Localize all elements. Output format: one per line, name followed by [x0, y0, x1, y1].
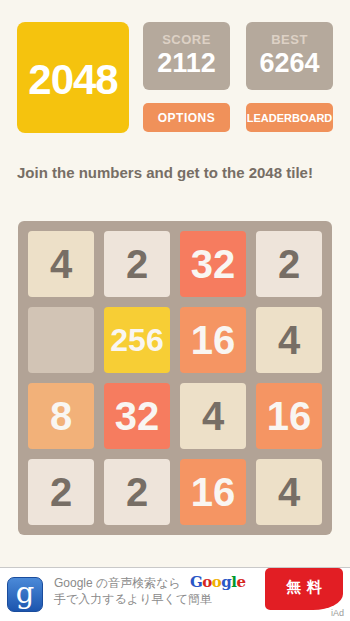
tile-2: 2: [28, 459, 94, 525]
tile-16: 16: [180, 307, 246, 373]
tile-2: 2: [104, 459, 170, 525]
google-search-app-icon[interactable]: g: [7, 577, 43, 612]
tile-4: 4: [180, 383, 246, 449]
ad-line2: 手で入力するより早くて簡単: [54, 591, 262, 607]
leaderboard-button[interactable]: LEADERBOARD: [246, 103, 333, 132]
tile-32: 32: [104, 383, 170, 449]
score-value: 2112: [143, 48, 230, 79]
ad-text: Google の音声検索ならGoogle 手で入力するより早くて簡単: [54, 574, 262, 607]
tagline-text: Join the numbers and get to the 2048 til…: [17, 164, 339, 181]
best-value: 6264: [246, 48, 333, 79]
tile-4: 4: [256, 459, 322, 525]
ad-banner[interactable]: g Google の音声検索ならGoogle 手で入力するより早くて簡単 無料 …: [0, 567, 350, 621]
empty-cell: [28, 307, 94, 373]
tile-4: 4: [28, 231, 94, 297]
score-label: SCORE: [143, 32, 230, 47]
best-box: BEST 6264: [246, 22, 333, 90]
options-button[interactable]: OPTIONS: [143, 103, 230, 132]
game-logo-tile: 2048: [17, 22, 129, 133]
board[interactable]: 4232225616483241622164: [18, 221, 332, 535]
ad-free-button[interactable]: 無料: [265, 568, 343, 610]
ad-line1: Google の音声検索ならGoogle: [54, 574, 262, 591]
tile-32: 32: [180, 231, 246, 297]
best-label: BEST: [246, 32, 333, 47]
tile-2: 2: [104, 231, 170, 297]
tile-4: 4: [256, 307, 322, 373]
tile-16: 16: [256, 383, 322, 449]
app-window: 2048 SCORE 2112 BEST 6264 OPTIONS LEADER…: [0, 0, 350, 621]
iad-network-label: iAd: [331, 608, 344, 618]
score-box: SCORE 2112: [143, 22, 230, 90]
tile-2: 2: [256, 231, 322, 297]
google-brand-logo: Google: [190, 573, 246, 591]
tile-8: 8: [28, 383, 94, 449]
tile-256: 256: [104, 307, 170, 373]
tile-16: 16: [180, 459, 246, 525]
